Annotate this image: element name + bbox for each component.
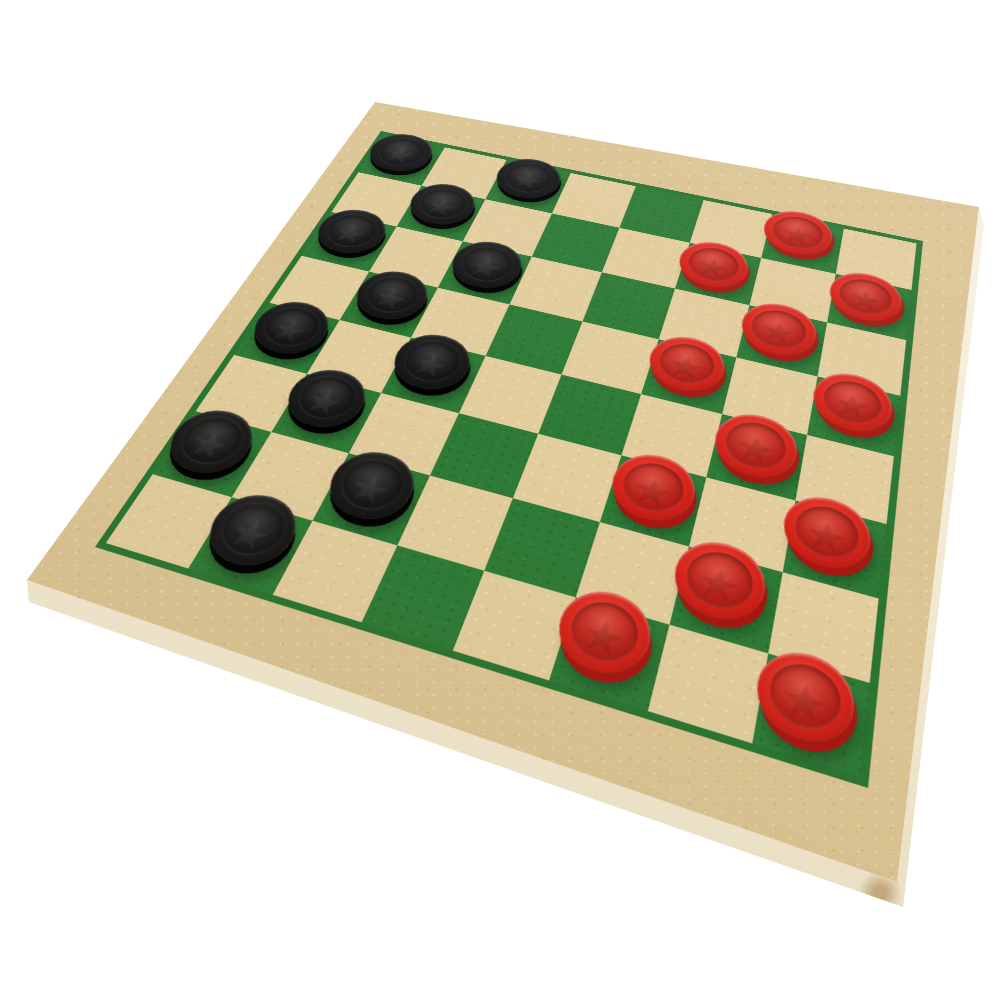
star-emboss-icon: ★ [778, 221, 817, 251]
star-emboss-icon: ★ [573, 609, 631, 666]
star-emboss-icon: ★ [829, 386, 873, 426]
star-emboss-icon: ★ [327, 219, 373, 249]
star-emboss-icon: ★ [419, 193, 462, 221]
star-emboss-icon: ★ [366, 282, 414, 316]
star-emboss-icon: ★ [297, 382, 350, 422]
star-emboss-icon: ★ [219, 510, 280, 559]
star-emboss-icon: ★ [506, 168, 547, 195]
star-emboss-icon: ★ [405, 347, 455, 385]
star-emboss-icon: ★ [180, 424, 237, 467]
star-emboss-icon: ★ [463, 252, 508, 284]
star-emboss-icon: ★ [263, 313, 314, 349]
star-emboss-icon: ★ [626, 469, 677, 515]
star-emboss-icon: ★ [663, 349, 709, 387]
star-emboss-icon: ★ [731, 428, 779, 471]
star-emboss-icon: ★ [692, 252, 733, 284]
star-emboss-icon: ★ [341, 467, 397, 513]
star-emboss-icon: ★ [756, 315, 799, 351]
star-emboss-icon: ★ [378, 142, 419, 167]
page-background: { "game": "checkers (draughts)", "board"… [0, 0, 1000, 1000]
star-emboss-icon: ★ [691, 559, 744, 612]
star-emboss-icon: ★ [845, 283, 885, 317]
star-emboss-icon: ★ [776, 672, 832, 734]
star-emboss-icon: ★ [801, 513, 851, 563]
